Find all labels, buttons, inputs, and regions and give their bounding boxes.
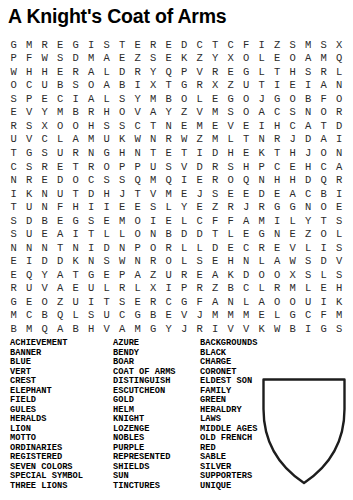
grid-cell[interactable]: E bbox=[53, 214, 69, 228]
grid-cell[interactable]: B bbox=[161, 227, 177, 241]
grid-cell[interactable]: L bbox=[223, 227, 239, 241]
grid-cell[interactable]: Q bbox=[130, 173, 146, 187]
grid-cell[interactable]: I bbox=[84, 200, 100, 214]
grid-cell[interactable]: R bbox=[208, 65, 224, 79]
grid-cell[interactable]: W bbox=[6, 65, 22, 79]
grid-cell[interactable]: G bbox=[22, 146, 38, 160]
grid-cell[interactable]: O bbox=[223, 173, 239, 187]
grid-cell[interactable]: E bbox=[161, 146, 177, 160]
grid-cell[interactable]: O bbox=[254, 268, 270, 282]
grid-cell[interactable]: R bbox=[254, 241, 270, 255]
grid-cell[interactable]: B bbox=[37, 309, 53, 323]
grid-cell[interactable]: I bbox=[254, 38, 270, 52]
grid-cell[interactable]: K bbox=[22, 187, 38, 201]
grid-cell[interactable]: G bbox=[316, 322, 332, 336]
grid-cell[interactable]: Z bbox=[223, 79, 239, 93]
grid-cell[interactable]: V bbox=[177, 309, 193, 323]
grid-cell[interactable]: E bbox=[161, 214, 177, 228]
grid-cell[interactable]: C bbox=[239, 282, 255, 296]
grid-cell[interactable]: T bbox=[146, 119, 162, 133]
grid-cell[interactable]: H bbox=[68, 200, 84, 214]
grid-cell[interactable]: B bbox=[146, 309, 162, 323]
grid-cell[interactable]: T bbox=[84, 227, 100, 241]
grid-cell[interactable]: O bbox=[316, 200, 332, 214]
grid-cell[interactable]: J bbox=[192, 187, 208, 201]
grid-cell[interactable]: S bbox=[6, 214, 22, 228]
grid-cell[interactable]: R bbox=[146, 295, 162, 309]
grid-cell[interactable]: N bbox=[84, 255, 100, 269]
grid-cell[interactable]: G bbox=[68, 38, 84, 52]
grid-cell[interactable]: A bbox=[285, 187, 301, 201]
grid-cell[interactable]: P bbox=[6, 52, 22, 66]
grid-cell[interactable]: V bbox=[177, 160, 193, 174]
grid-cell[interactable]: P bbox=[22, 92, 38, 106]
grid-cell[interactable]: A bbox=[270, 255, 286, 269]
grid-cell[interactable]: L bbox=[332, 227, 348, 241]
grid-cell[interactable]: J bbox=[239, 200, 255, 214]
grid-cell[interactable]: K bbox=[254, 146, 270, 160]
grid-cell[interactable]: C bbox=[22, 309, 38, 323]
grid-cell[interactable]: F bbox=[239, 38, 255, 52]
grid-cell[interactable]: G bbox=[239, 65, 255, 79]
grid-cell[interactable]: E bbox=[285, 227, 301, 241]
grid-cell[interactable]: D bbox=[53, 173, 69, 187]
grid-cell[interactable]: W bbox=[130, 133, 146, 147]
grid-cell[interactable]: A bbox=[53, 282, 69, 296]
grid-cell[interactable]: O bbox=[6, 79, 22, 93]
grid-cell[interactable]: I bbox=[161, 282, 177, 296]
grid-cell[interactable]: M bbox=[22, 322, 38, 336]
grid-cell[interactable]: E bbox=[37, 92, 53, 106]
grid-cell[interactable]: G bbox=[6, 38, 22, 52]
grid-cell[interactable]: U bbox=[22, 282, 38, 296]
grid-cell[interactable]: S bbox=[115, 119, 131, 133]
grid-cell[interactable]: R bbox=[115, 282, 131, 296]
grid-cell[interactable]: Z bbox=[208, 200, 224, 214]
grid-cell[interactable]: H bbox=[115, 146, 131, 160]
grid-cell[interactable]: L bbox=[254, 282, 270, 296]
grid-cell[interactable]: V bbox=[332, 255, 348, 269]
grid-cell[interactable]: L bbox=[223, 133, 239, 147]
grid-cell[interactable]: H bbox=[84, 322, 100, 336]
grid-cell[interactable]: E bbox=[6, 255, 22, 269]
grid-cell[interactable]: A bbox=[53, 268, 69, 282]
grid-cell[interactable]: M bbox=[130, 322, 146, 336]
grid-cell[interactable]: E bbox=[115, 52, 131, 66]
grid-cell[interactable]: S bbox=[99, 173, 115, 187]
grid-cell[interactable]: S bbox=[161, 160, 177, 174]
grid-cell[interactable]: Q bbox=[161, 65, 177, 79]
grid-cell[interactable]: I bbox=[192, 146, 208, 160]
grid-cell[interactable]: M bbox=[208, 309, 224, 323]
grid-cell[interactable]: D bbox=[68, 52, 84, 66]
grid-cell[interactable]: N bbox=[6, 173, 22, 187]
grid-cell[interactable]: T bbox=[68, 268, 84, 282]
grid-cell[interactable]: L bbox=[99, 282, 115, 296]
grid-cell[interactable]: H bbox=[285, 65, 301, 79]
grid-cell[interactable]: K bbox=[332, 295, 348, 309]
grid-cell[interactable]: R bbox=[316, 65, 332, 79]
grid-cell[interactable]: L bbox=[192, 92, 208, 106]
grid-cell[interactable]: O bbox=[99, 160, 115, 174]
grid-cell[interactable]: C bbox=[285, 119, 301, 133]
grid-cell[interactable]: L bbox=[192, 241, 208, 255]
grid-cell[interactable]: A bbox=[254, 295, 270, 309]
grid-cell[interactable]: T bbox=[316, 214, 332, 228]
grid-cell[interactable]: D bbox=[239, 268, 255, 282]
grid-cell[interactable]: Z bbox=[192, 133, 208, 147]
grid-cell[interactable]: E bbox=[239, 187, 255, 201]
grid-cell[interactable]: R bbox=[37, 38, 53, 52]
grid-cell[interactable]: E bbox=[161, 309, 177, 323]
grid-cell[interactable]: W bbox=[177, 133, 193, 147]
grid-cell[interactable]: Z bbox=[146, 268, 162, 282]
grid-cell[interactable]: I bbox=[332, 187, 348, 201]
grid-cell[interactable]: R bbox=[270, 282, 286, 296]
grid-cell[interactable]: M bbox=[22, 38, 38, 52]
grid-cell[interactable]: E bbox=[130, 295, 146, 309]
grid-cell[interactable]: E bbox=[254, 309, 270, 323]
grid-cell[interactable]: Q bbox=[53, 309, 69, 323]
grid-cell[interactable]: O bbox=[270, 295, 286, 309]
grid-cell[interactable]: L bbox=[239, 295, 255, 309]
grid-cell[interactable]: Z bbox=[192, 52, 208, 66]
grid-cell[interactable]: B bbox=[301, 92, 317, 106]
grid-cell[interactable]: R bbox=[6, 282, 22, 296]
grid-cell[interactable]: S bbox=[208, 187, 224, 201]
grid-cell[interactable]: T bbox=[270, 146, 286, 160]
grid-cell[interactable]: C bbox=[301, 309, 317, 323]
grid-cell[interactable]: R bbox=[6, 119, 22, 133]
grid-cell[interactable]: M bbox=[146, 173, 162, 187]
grid-cell[interactable]: R bbox=[68, 65, 84, 79]
grid-cell[interactable]: A bbox=[332, 160, 348, 174]
grid-cell[interactable]: C bbox=[161, 295, 177, 309]
grid-cell[interactable]: C bbox=[6, 160, 22, 174]
grid-cell[interactable]: N bbox=[37, 187, 53, 201]
grid-cell[interactable]: L bbox=[177, 214, 193, 228]
grid-cell[interactable]: B bbox=[68, 322, 84, 336]
grid-cell[interactable]: D bbox=[254, 187, 270, 201]
grid-cell[interactable]: R bbox=[161, 133, 177, 147]
grid-cell[interactable]: H bbox=[270, 119, 286, 133]
grid-cell[interactable]: H bbox=[223, 146, 239, 160]
grid-cell[interactable]: Q bbox=[239, 173, 255, 187]
grid-cell[interactable]: C bbox=[270, 160, 286, 174]
grid-cell[interactable]: F bbox=[223, 214, 239, 228]
grid-cell[interactable]: U bbox=[22, 227, 38, 241]
grid-cell[interactable]: Y bbox=[37, 106, 53, 120]
grid-cell[interactable]: T bbox=[270, 65, 286, 79]
grid-cell[interactable]: Q bbox=[332, 52, 348, 66]
grid-cell[interactable]: O bbox=[332, 92, 348, 106]
grid-cell[interactable]: K bbox=[115, 133, 131, 147]
grid-cell[interactable]: U bbox=[22, 200, 38, 214]
grid-cell[interactable]: U bbox=[37, 79, 53, 93]
grid-cell[interactable]: O bbox=[146, 241, 162, 255]
grid-cell[interactable]: T bbox=[177, 146, 193, 160]
grid-cell[interactable]: N bbox=[37, 241, 53, 255]
grid-cell[interactable]: I bbox=[316, 241, 332, 255]
grid-cell[interactable]: A bbox=[254, 106, 270, 120]
grid-cell[interactable]: I bbox=[84, 295, 100, 309]
grid-cell[interactable]: S bbox=[223, 160, 239, 174]
grid-cell[interactable]: J bbox=[177, 322, 193, 336]
grid-cell[interactable]: I bbox=[316, 295, 332, 309]
grid-cell[interactable]: I bbox=[99, 200, 115, 214]
grid-cell[interactable]: G bbox=[99, 146, 115, 160]
grid-cell[interactable]: N bbox=[301, 106, 317, 120]
grid-cell[interactable]: L bbox=[68, 309, 84, 323]
grid-cell[interactable]: O bbox=[316, 106, 332, 120]
grid-cell[interactable]: T bbox=[316, 119, 332, 133]
grid-cell[interactable]: B bbox=[223, 282, 239, 296]
grid-cell[interactable]: E bbox=[270, 241, 286, 255]
grid-cell[interactable]: C bbox=[22, 79, 38, 93]
grid-cell[interactable]: E bbox=[239, 227, 255, 241]
grid-cell[interactable]: N bbox=[84, 146, 100, 160]
grid-cell[interactable]: S bbox=[223, 106, 239, 120]
grid-cell[interactable]: S bbox=[99, 119, 115, 133]
grid-cell[interactable]: E bbox=[53, 160, 69, 174]
grid-cell[interactable]: Q bbox=[22, 268, 38, 282]
grid-cell[interactable]: D bbox=[208, 241, 224, 255]
grid-cell[interactable]: U bbox=[53, 187, 69, 201]
grid-cell[interactable]: O bbox=[53, 119, 69, 133]
grid-cell[interactable]: Z bbox=[301, 227, 317, 241]
grid-cell[interactable]: A bbox=[115, 322, 131, 336]
grid-cell[interactable]: A bbox=[68, 133, 84, 147]
grid-cell[interactable]: H bbox=[301, 160, 317, 174]
grid-cell[interactable]: B bbox=[285, 322, 301, 336]
grid-cell[interactable]: S bbox=[6, 227, 22, 241]
grid-cell[interactable]: N bbox=[115, 241, 131, 255]
grid-cell[interactable]: V bbox=[223, 322, 239, 336]
grid-cell[interactable]: W bbox=[285, 255, 301, 269]
grid-cell[interactable]: L bbox=[254, 52, 270, 66]
grid-cell[interactable]: C bbox=[130, 119, 146, 133]
grid-cell[interactable]: O bbox=[84, 79, 100, 93]
grid-cell[interactable]: S bbox=[301, 268, 317, 282]
grid-cell[interactable]: H bbox=[37, 65, 53, 79]
grid-cell[interactable]: M bbox=[115, 214, 131, 228]
grid-cell[interactable]: O bbox=[285, 92, 301, 106]
grid-cell[interactable]: V bbox=[285, 241, 301, 255]
grid-cell[interactable]: O bbox=[285, 52, 301, 66]
grid-cell[interactable]: O bbox=[68, 119, 84, 133]
grid-cell[interactable]: U bbox=[239, 79, 255, 93]
grid-cell[interactable]: E bbox=[22, 295, 38, 309]
grid-cell[interactable]: Z bbox=[270, 38, 286, 52]
grid-cell[interactable]: I bbox=[68, 92, 84, 106]
grid-cell[interactable]: F bbox=[53, 200, 69, 214]
grid-cell[interactable]: M bbox=[208, 133, 224, 147]
grid-cell[interactable]: O bbox=[270, 268, 286, 282]
grid-cell[interactable]: P bbox=[115, 268, 131, 282]
grid-cell[interactable]: E bbox=[270, 187, 286, 201]
grid-cell[interactable]: G bbox=[177, 79, 193, 93]
grid-cell[interactable]: V bbox=[239, 322, 255, 336]
grid-cell[interactable]: C bbox=[192, 214, 208, 228]
grid-cell[interactable]: I bbox=[6, 187, 22, 201]
grid-cell[interactable]: R bbox=[22, 173, 38, 187]
grid-cell[interactable]: C bbox=[37, 133, 53, 147]
grid-cell[interactable]: R bbox=[161, 241, 177, 255]
grid-cell[interactable]: D bbox=[53, 255, 69, 269]
grid-cell[interactable]: T bbox=[68, 160, 84, 174]
grid-cell[interactable]: I bbox=[254, 119, 270, 133]
grid-cell[interactable]: E bbox=[223, 65, 239, 79]
grid-cell[interactable]: Y bbox=[37, 268, 53, 282]
grid-cell[interactable]: S bbox=[285, 106, 301, 120]
grid-cell[interactable]: C bbox=[270, 106, 286, 120]
grid-cell[interactable]: A bbox=[146, 106, 162, 120]
grid-cell[interactable]: V bbox=[99, 322, 115, 336]
grid-cell[interactable]: N bbox=[68, 241, 84, 255]
grid-cell[interactable]: R bbox=[84, 106, 100, 120]
grid-cell[interactable]: E bbox=[130, 200, 146, 214]
grid-cell[interactable]: I bbox=[332, 133, 348, 147]
grid-cell[interactable]: Y bbox=[161, 106, 177, 120]
grid-cell[interactable]: L bbox=[301, 282, 317, 296]
grid-cell[interactable]: A bbox=[53, 227, 69, 241]
grid-cell[interactable]: N bbox=[130, 255, 146, 269]
grid-cell[interactable]: S bbox=[301, 65, 317, 79]
grid-cell[interactable]: G bbox=[254, 227, 270, 241]
grid-cell[interactable]: P bbox=[177, 282, 193, 296]
grid-cell[interactable]: U bbox=[68, 295, 84, 309]
grid-cell[interactable]: D bbox=[301, 133, 317, 147]
grid-cell[interactable]: R bbox=[223, 200, 239, 214]
grid-cell[interactable]: V bbox=[146, 187, 162, 201]
grid-cell[interactable]: A bbox=[84, 92, 100, 106]
grid-cell[interactable]: D bbox=[84, 187, 100, 201]
grid-cell[interactable]: A bbox=[301, 119, 317, 133]
grid-cell[interactable]: R bbox=[130, 65, 146, 79]
grid-cell[interactable]: L bbox=[316, 268, 332, 282]
grid-cell[interactable]: W bbox=[37, 52, 53, 66]
grid-cell[interactable]: T bbox=[53, 241, 69, 255]
grid-cell[interactable]: H bbox=[223, 255, 239, 269]
grid-cell[interactable]: N bbox=[37, 200, 53, 214]
grid-cell[interactable]: D bbox=[177, 227, 193, 241]
grid-cell[interactable]: E bbox=[6, 268, 22, 282]
grid-cell[interactable]: A bbox=[53, 322, 69, 336]
grid-cell[interactable]: M bbox=[208, 106, 224, 120]
grid-cell[interactable]: S bbox=[316, 38, 332, 52]
grid-cell[interactable]: H bbox=[84, 119, 100, 133]
grid-cell[interactable]: V bbox=[37, 282, 53, 296]
grid-cell[interactable]: R bbox=[192, 322, 208, 336]
grid-cell[interactable]: R bbox=[177, 268, 193, 282]
grid-cell[interactable]: V bbox=[22, 133, 38, 147]
grid-cell[interactable]: P bbox=[130, 241, 146, 255]
grid-cell[interactable]: O bbox=[239, 52, 255, 66]
grid-cell[interactable]: N bbox=[146, 227, 162, 241]
grid-cell[interactable]: K bbox=[68, 255, 84, 269]
grid-cell[interactable]: S bbox=[332, 214, 348, 228]
grid-cell[interactable]: O bbox=[285, 295, 301, 309]
grid-cell[interactable]: O bbox=[161, 255, 177, 269]
grid-cell[interactable]: E bbox=[192, 268, 208, 282]
grid-cell[interactable]: C bbox=[192, 38, 208, 52]
grid-cell[interactable]: G bbox=[177, 295, 193, 309]
grid-cell[interactable]: Q bbox=[161, 173, 177, 187]
grid-cell[interactable]: X bbox=[223, 52, 239, 66]
grid-cell[interactable]: Y bbox=[146, 65, 162, 79]
grid-cell[interactable]: S bbox=[332, 322, 348, 336]
grid-cell[interactable]: S bbox=[115, 295, 131, 309]
grid-cell[interactable]: N bbox=[301, 200, 317, 214]
grid-cell[interactable]: X bbox=[285, 268, 301, 282]
grid-cell[interactable]: E bbox=[316, 282, 332, 296]
grid-cell[interactable]: E bbox=[223, 187, 239, 201]
grid-cell[interactable]: S bbox=[146, 52, 162, 66]
grid-cell[interactable]: T bbox=[208, 38, 224, 52]
grid-cell[interactable]: D bbox=[192, 160, 208, 174]
grid-cell[interactable]: B bbox=[6, 322, 22, 336]
grid-cell[interactable]: K bbox=[223, 268, 239, 282]
grid-cell[interactable]: Y bbox=[208, 52, 224, 66]
grid-cell[interactable]: O bbox=[115, 106, 131, 120]
grid-cell[interactable]: H bbox=[285, 173, 301, 187]
grid-cell[interactable]: F bbox=[316, 309, 332, 323]
grid-cell[interactable]: N bbox=[6, 241, 22, 255]
grid-cell[interactable]: M bbox=[285, 282, 301, 296]
grid-cell[interactable]: T bbox=[115, 38, 131, 52]
grid-cell[interactable]: G bbox=[223, 92, 239, 106]
grid-cell[interactable]: T bbox=[6, 146, 22, 160]
grid-cell[interactable]: V bbox=[192, 65, 208, 79]
grid-cell[interactable]: I bbox=[146, 214, 162, 228]
grid-cell[interactable]: L bbox=[177, 255, 193, 269]
grid-cell[interactable]: J bbox=[115, 187, 131, 201]
grid-cell[interactable]: C bbox=[316, 160, 332, 174]
grid-cell[interactable]: C bbox=[84, 173, 100, 187]
grid-cell[interactable]: J bbox=[192, 309, 208, 323]
grid-cell[interactable]: E bbox=[208, 92, 224, 106]
grid-cell[interactable]: N bbox=[332, 146, 348, 160]
grid-cell[interactable]: D bbox=[177, 38, 193, 52]
grid-cell[interactable]: N bbox=[254, 133, 270, 147]
grid-cell[interactable]: L bbox=[270, 309, 286, 323]
grid-cell[interactable]: W bbox=[115, 255, 131, 269]
grid-cell[interactable]: R bbox=[208, 173, 224, 187]
grid-cell[interactable]: S bbox=[99, 38, 115, 52]
grid-cell[interactable]: A bbox=[208, 268, 224, 282]
grid-cell[interactable]: N bbox=[146, 133, 162, 147]
grid-cell[interactable]: G bbox=[270, 200, 286, 214]
grid-cell[interactable]: R bbox=[192, 79, 208, 93]
grid-cell[interactable]: L bbox=[177, 241, 193, 255]
grid-cell[interactable]: R bbox=[192, 282, 208, 296]
grid-cell[interactable]: G bbox=[285, 309, 301, 323]
grid-cell[interactable]: H bbox=[270, 173, 286, 187]
grid-cell[interactable]: G bbox=[68, 214, 84, 228]
grid-cell[interactable]: E bbox=[68, 282, 84, 296]
grid-cell[interactable]: S bbox=[332, 241, 348, 255]
grid-cell[interactable]: S bbox=[285, 38, 301, 52]
grid-cell[interactable]: R bbox=[270, 133, 286, 147]
grid-cell[interactable]: E bbox=[37, 173, 53, 187]
grid-cell[interactable]: E bbox=[37, 227, 53, 241]
grid-cell[interactable]: B bbox=[53, 79, 69, 93]
grid-cell[interactable]: N bbox=[239, 255, 255, 269]
grid-cell[interactable]: E bbox=[223, 241, 239, 255]
grid-cell[interactable]: X bbox=[208, 79, 224, 93]
grid-cell[interactable]: H bbox=[22, 65, 38, 79]
grid-cell[interactable]: R bbox=[146, 255, 162, 269]
